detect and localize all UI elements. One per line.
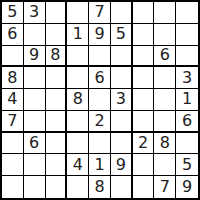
cell-r9c7[interactable] xyxy=(133,176,155,198)
cell-r3c8[interactable]: 6 xyxy=(154,46,176,68)
cell-r8c2[interactable] xyxy=(24,154,46,176)
cell-r7c9[interactable] xyxy=(176,133,198,155)
cell-r6c8[interactable] xyxy=(154,111,176,133)
cell-r7c3[interactable] xyxy=(46,133,68,155)
cell-r2c1[interactable]: 6 xyxy=(2,24,24,46)
cell-r9c4[interactable] xyxy=(67,176,89,198)
cell-r5c1[interactable]: 4 xyxy=(2,89,24,111)
cell-r3c2[interactable]: 9 xyxy=(24,46,46,68)
cell-r9c1[interactable] xyxy=(2,176,24,198)
cell-r5c7[interactable] xyxy=(133,89,155,111)
cell-r6c7[interactable] xyxy=(133,111,155,133)
cell-r8c8[interactable] xyxy=(154,154,176,176)
cell-r4c9[interactable]: 3 xyxy=(176,67,198,89)
cell-r7c1[interactable] xyxy=(2,133,24,155)
cell-r7c5[interactable] xyxy=(89,133,111,155)
cell-r6c6[interactable] xyxy=(111,111,133,133)
cell-r4c8[interactable] xyxy=(154,67,176,89)
cell-r9c9[interactable]: 9 xyxy=(176,176,198,198)
cell-r4c2[interactable] xyxy=(24,67,46,89)
cell-r7c2[interactable]: 6 xyxy=(24,133,46,155)
cell-r9c2[interactable] xyxy=(24,176,46,198)
cell-r5c6[interactable]: 3 xyxy=(111,89,133,111)
cell-r6c1[interactable]: 7 xyxy=(2,111,24,133)
cell-r9c8[interactable]: 7 xyxy=(154,176,176,198)
cell-r8c7[interactable] xyxy=(133,154,155,176)
cell-r7c6[interactable] xyxy=(111,133,133,155)
cell-r1c8[interactable] xyxy=(154,2,176,24)
cell-r9c3[interactable] xyxy=(46,176,68,198)
cell-r3c4[interactable] xyxy=(67,46,89,68)
cell-r8c4[interactable]: 4 xyxy=(67,154,89,176)
cell-r4c6[interactable] xyxy=(111,67,133,89)
cell-r4c5[interactable]: 6 xyxy=(89,67,111,89)
cell-r3c1[interactable] xyxy=(2,46,24,68)
cell-r9c6[interactable] xyxy=(111,176,133,198)
cell-r6c2[interactable] xyxy=(24,111,46,133)
cell-r3c3[interactable]: 8 xyxy=(46,46,68,68)
cell-r3c9[interactable] xyxy=(176,46,198,68)
cell-r8c6[interactable]: 9 xyxy=(111,154,133,176)
cell-r8c9[interactable]: 5 xyxy=(176,154,198,176)
cell-r2c4[interactable]: 1 xyxy=(67,24,89,46)
cell-r4c7[interactable] xyxy=(133,67,155,89)
cell-r4c3[interactable] xyxy=(46,67,68,89)
cell-r7c8[interactable]: 8 xyxy=(154,133,176,155)
cell-r2c9[interactable] xyxy=(176,24,198,46)
cell-r7c4[interactable] xyxy=(67,133,89,155)
cell-r4c1[interactable]: 8 xyxy=(2,67,24,89)
cell-r6c4[interactable] xyxy=(67,111,89,133)
cell-r1c7[interactable] xyxy=(133,2,155,24)
cell-r2c6[interactable]: 5 xyxy=(111,24,133,46)
cell-r5c9[interactable]: 1 xyxy=(176,89,198,111)
cell-r1c6[interactable] xyxy=(111,2,133,24)
cell-r7c7[interactable]: 2 xyxy=(133,133,155,155)
cell-r4c4[interactable] xyxy=(67,67,89,89)
cell-r5c3[interactable] xyxy=(46,89,68,111)
cell-r3c6[interactable] xyxy=(111,46,133,68)
cell-r3c5[interactable] xyxy=(89,46,111,68)
cell-r1c9[interactable] xyxy=(176,2,198,24)
cell-r2c8[interactable] xyxy=(154,24,176,46)
cell-r5c4[interactable]: 8 xyxy=(67,89,89,111)
cell-r2c7[interactable] xyxy=(133,24,155,46)
cell-r6c5[interactable]: 2 xyxy=(89,111,111,133)
cell-r9c5[interactable]: 8 xyxy=(89,176,111,198)
cell-r2c2[interactable] xyxy=(24,24,46,46)
cell-r2c5[interactable]: 9 xyxy=(89,24,111,46)
cell-r5c2[interactable] xyxy=(24,89,46,111)
cell-r6c3[interactable] xyxy=(46,111,68,133)
cell-r1c4[interactable] xyxy=(67,2,89,24)
cell-r2c3[interactable] xyxy=(46,24,68,46)
cell-r1c1[interactable]: 5 xyxy=(2,2,24,24)
cell-r3c7[interactable] xyxy=(133,46,155,68)
sudoku-board: 537619598686348317266284195879 xyxy=(0,0,200,200)
cell-r8c1[interactable] xyxy=(2,154,24,176)
cell-r8c5[interactable]: 1 xyxy=(89,154,111,176)
cell-r5c8[interactable] xyxy=(154,89,176,111)
cell-r1c5[interactable]: 7 xyxy=(89,2,111,24)
cell-r1c3[interactable] xyxy=(46,2,68,24)
cell-r8c3[interactable] xyxy=(46,154,68,176)
cell-r5c5[interactable] xyxy=(89,89,111,111)
cell-r6c9[interactable]: 6 xyxy=(176,111,198,133)
cell-r1c2[interactable]: 3 xyxy=(24,2,46,24)
